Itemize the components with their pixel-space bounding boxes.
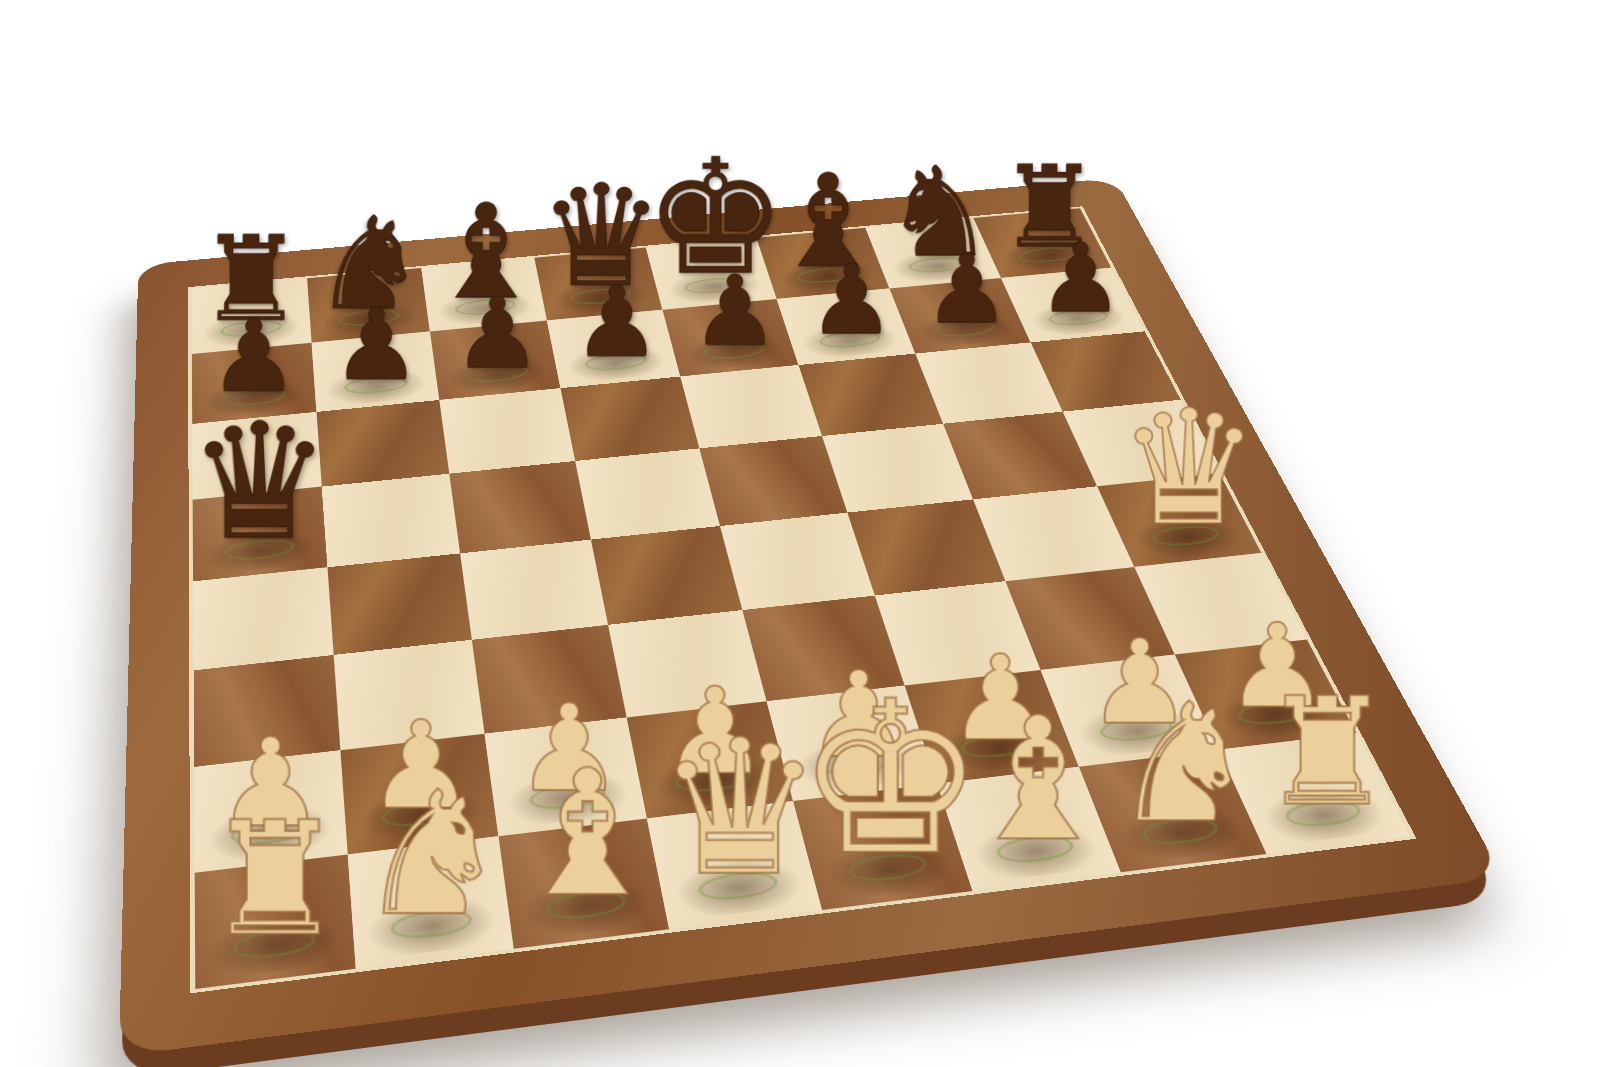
playing-area: ♜♞♝♛♚♝♞♜♟♟♟♟♟♟♟♟♛♛♟♟♟♟♟♟♟♟♜♞♝♛♚♝♞♜ <box>188 206 1417 993</box>
square-d5[interactable] <box>575 448 720 539</box>
square-d7[interactable]: ♟ <box>547 309 680 387</box>
piece-white-queen[interactable]: ♛ <box>1118 395 1261 541</box>
piece-white-knight[interactable]: ♞ <box>356 775 509 932</box>
chess-board: ♜♞♝♛♚♝♞♜♟♟♟♟♟♟♟♟♛♛♟♟♟♟♟♟♟♟♜♞♝♛♚♝♞♜ <box>119 177 1504 1055</box>
square-a5[interactable]: ♛ <box>193 486 328 581</box>
piece-white-queen[interactable]: ♛ <box>656 722 823 894</box>
square-d1[interactable]: ♛ <box>647 800 822 928</box>
piece-white-rook[interactable]: ♜ <box>1260 684 1394 821</box>
square-c5[interactable] <box>449 460 591 552</box>
square-b4[interactable] <box>327 553 471 655</box>
piece-black-pawn[interactable]: ♟ <box>1038 234 1123 322</box>
square-e7[interactable]: ♟ <box>663 299 799 376</box>
square-c6[interactable] <box>439 388 575 474</box>
square-b6[interactable] <box>317 399 450 486</box>
square-e4[interactable] <box>720 512 875 609</box>
square-f4[interactable] <box>847 499 1005 595</box>
piece-black-pawn[interactable]: ♟ <box>924 245 1010 333</box>
square-a1[interactable]: ♜ <box>195 854 356 989</box>
square-c1[interactable]: ♝ <box>498 818 669 948</box>
square-f7[interactable]: ♟ <box>777 288 916 365</box>
piece-white-king[interactable]: ♚ <box>796 681 985 875</box>
square-c4[interactable] <box>460 539 608 639</box>
square-b1[interactable]: ♞ <box>348 836 514 968</box>
square-c7[interactable]: ♟ <box>430 320 561 399</box>
square-e5[interactable] <box>699 435 847 525</box>
square-d6[interactable] <box>561 376 700 460</box>
square-e6[interactable] <box>680 365 822 448</box>
piece-black-pawn[interactable]: ♟ <box>692 266 779 355</box>
square-g7[interactable]: ♟ <box>890 278 1031 354</box>
piece-black-pawn[interactable]: ♟ <box>573 277 661 367</box>
square-g4[interactable] <box>973 486 1134 581</box>
piece-black-pawn[interactable]: ♟ <box>332 299 421 390</box>
board-grid: ♜♞♝♛♚♝♞♜♟♟♟♟♟♟♟♟♛♛♟♟♟♟♟♟♟♟♜♞♝♛♚♝♞♜ <box>191 208 1410 989</box>
square-a4[interactable] <box>193 567 334 670</box>
piece-white-bishop[interactable]: ♝ <box>510 753 666 913</box>
piece-black-pawn[interactable]: ♟ <box>808 255 895 344</box>
piece-black-pawn[interactable]: ♟ <box>453 288 541 378</box>
piece-white-knight[interactable]: ♞ <box>1110 688 1257 839</box>
square-d4[interactable] <box>591 526 742 625</box>
piece-black-queen[interactable]: ♛ <box>188 408 332 556</box>
piece-white-rook[interactable]: ♜ <box>204 807 345 952</box>
square-b5[interactable] <box>322 473 460 567</box>
product-photo-scene: ♜♞♝♛♚♝♞♜♟♟♟♟♟♟♟♟♛♛♟♟♟♟♟♟♟♟♜♞♝♛♚♝♞♜ <box>0 0 1600 1067</box>
